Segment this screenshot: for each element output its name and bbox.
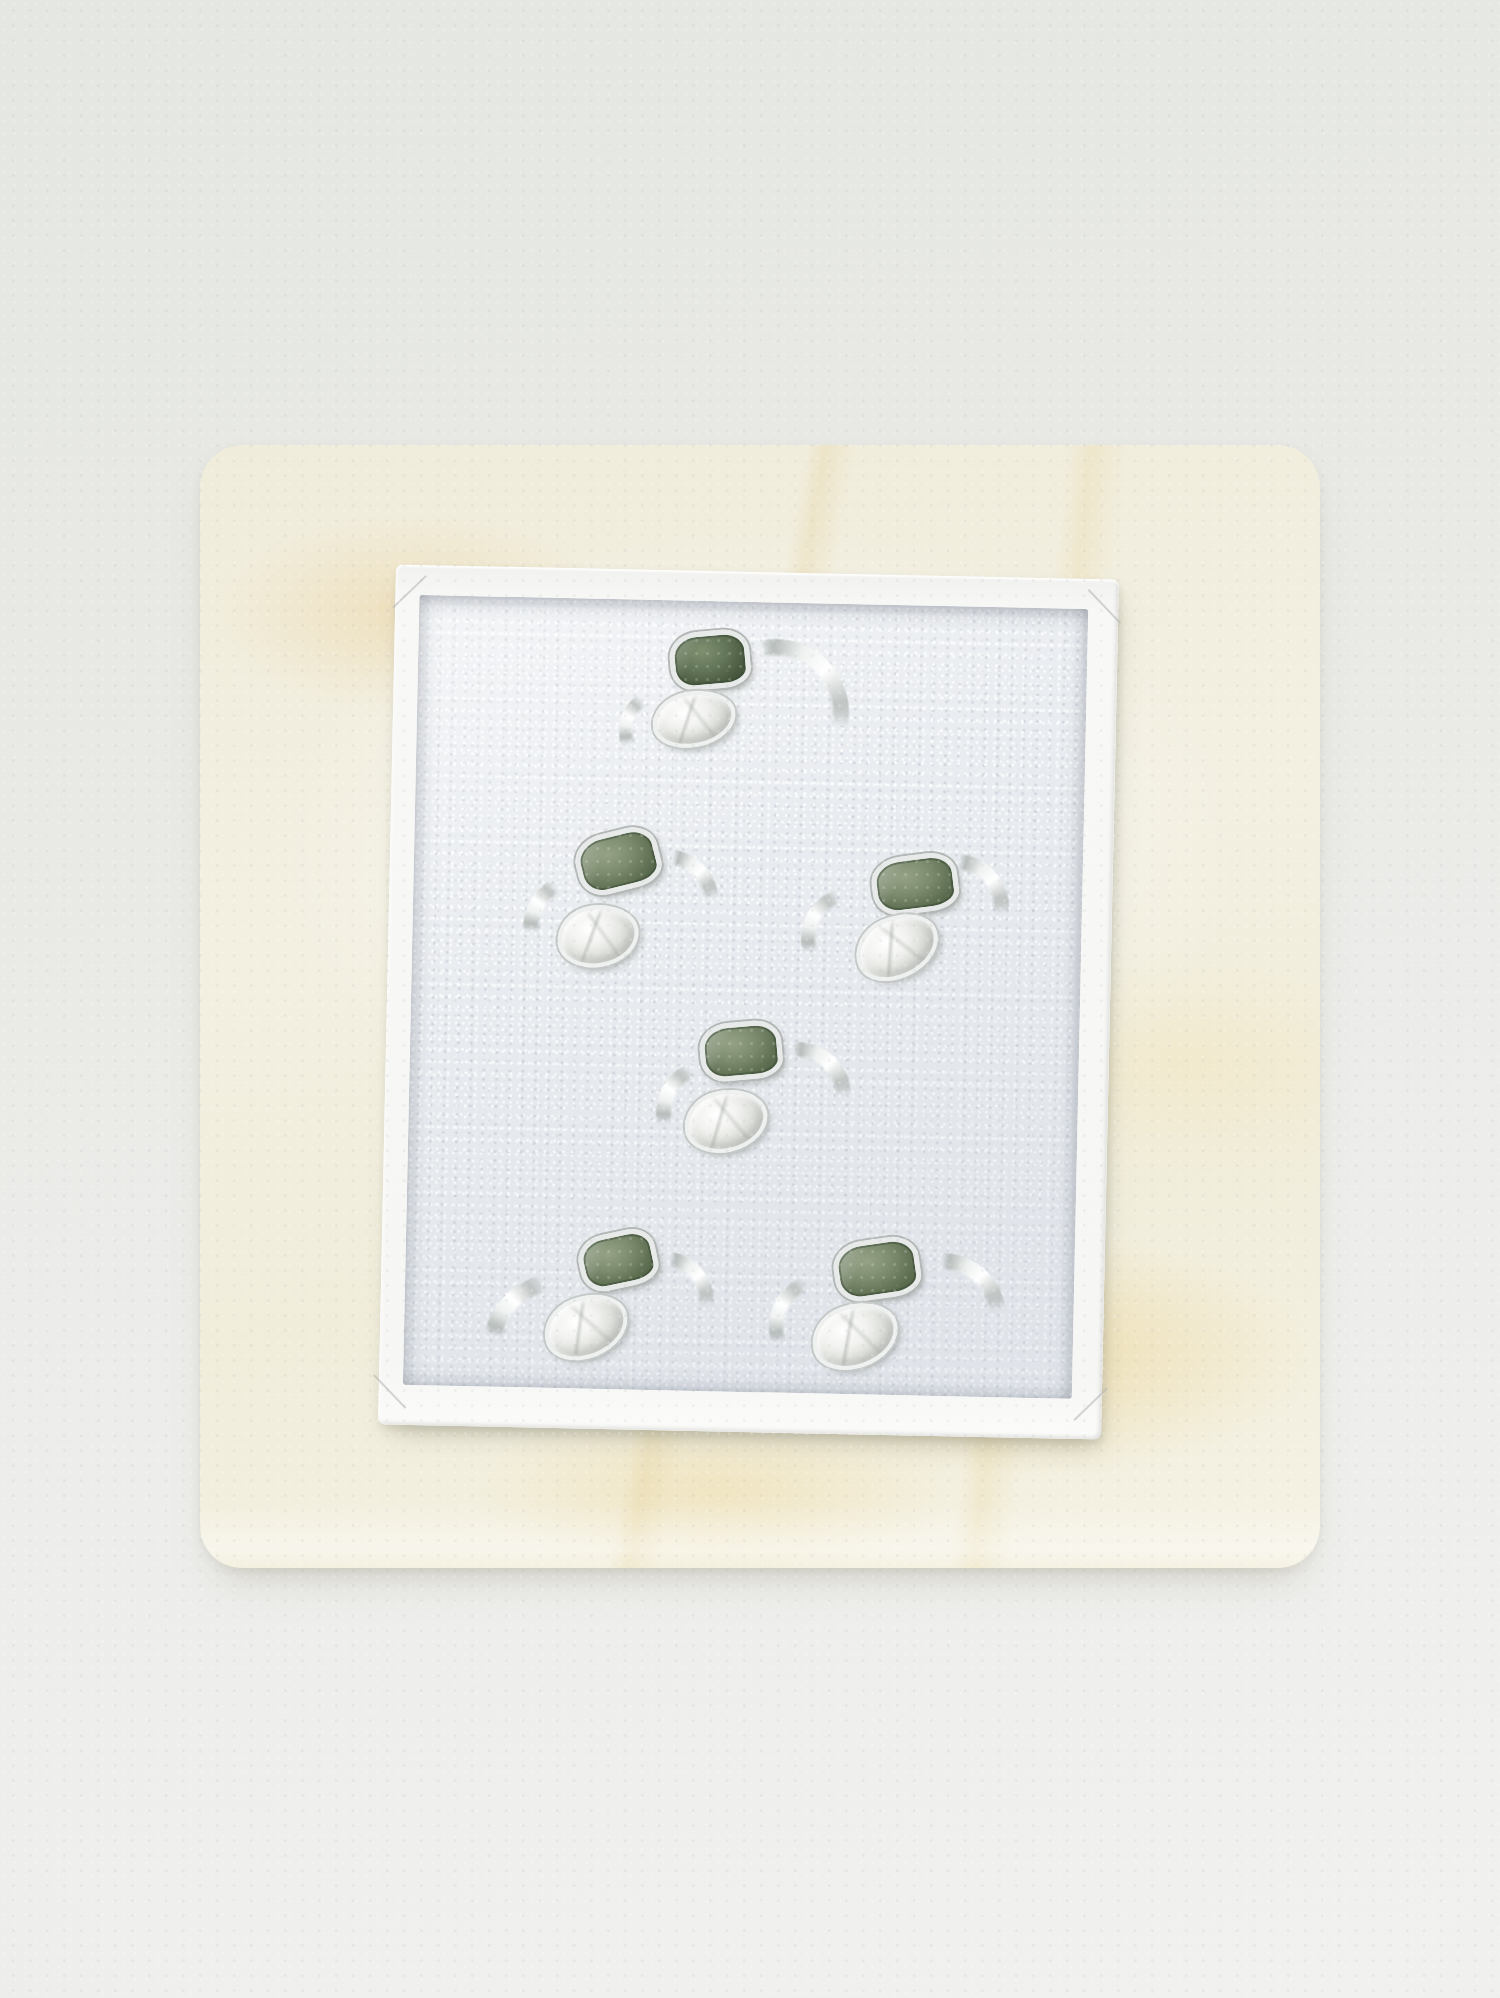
photo-backdrop [0, 0, 1500, 1998]
box-corner-seam [373, 1374, 406, 1409]
moldavite-stone [698, 1019, 785, 1084]
box-corner-seam [1088, 589, 1121, 624]
moldavite-stone [668, 628, 753, 693]
onyx-slab-front-edge [200, 1504, 1320, 1568]
